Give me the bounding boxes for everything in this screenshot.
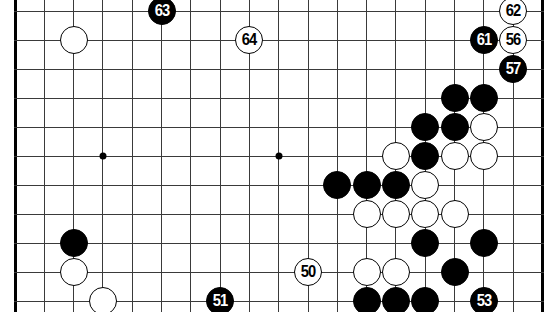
white-stone-move-62: 62 [499, 0, 527, 25]
black-stone [441, 258, 469, 286]
white-stone [441, 200, 469, 228]
black-stone [60, 229, 88, 257]
stone-move-number: 51 [213, 293, 228, 309]
white-stone [382, 258, 410, 286]
white-stone-move-56: 56 [499, 26, 527, 54]
white-stone [353, 258, 381, 286]
black-stone [411, 287, 439, 312]
stone-move-number: 63 [154, 3, 169, 19]
white-stone [441, 142, 469, 170]
black-stone [411, 113, 439, 141]
board-grid-line-horizontal [14, 40, 544, 41]
black-stone [441, 84, 469, 112]
stone-move-number: 53 [477, 293, 492, 309]
stone-move-number: 62 [506, 3, 521, 19]
star-point [99, 153, 106, 160]
black-stone-move-61: 61 [470, 26, 498, 54]
black-stone [353, 287, 381, 312]
white-stone-move-64: 64 [235, 26, 263, 54]
black-stone [323, 171, 351, 199]
white-stone-move-50: 50 [294, 258, 322, 286]
white-stone [353, 200, 381, 228]
stone-move-number: 56 [506, 32, 521, 48]
white-stone [411, 171, 439, 199]
white-stone [382, 200, 410, 228]
black-stone-move-51: 51 [206, 287, 234, 312]
black-stone-move-63: 63 [148, 0, 176, 25]
black-stone [411, 142, 439, 170]
black-stone [441, 113, 469, 141]
board-grid-line-horizontal [14, 243, 544, 244]
black-stone [382, 287, 410, 312]
board-grid-line-horizontal [14, 11, 544, 12]
star-point [275, 153, 282, 160]
stone-move-number: 50 [301, 264, 316, 280]
black-stone-move-53: 53 [470, 287, 498, 312]
black-stone [411, 229, 439, 257]
black-stone [470, 229, 498, 257]
board-grid-line-horizontal [14, 185, 544, 186]
black-stone [353, 171, 381, 199]
black-stone-move-57: 57 [499, 55, 527, 83]
stone-move-number: 64 [242, 32, 257, 48]
white-stone [411, 200, 439, 228]
white-stone [382, 142, 410, 170]
black-stone [382, 171, 410, 199]
black-stone [470, 84, 498, 112]
go-board-diagram: 636264615657505153 [0, 0, 556, 312]
white-stone [60, 258, 88, 286]
board-grid-line-horizontal [14, 69, 544, 70]
stone-move-number: 57 [506, 61, 521, 77]
white-stone [470, 113, 498, 141]
white-stone [60, 26, 88, 54]
white-stone [89, 287, 117, 312]
white-stone [470, 142, 498, 170]
stone-move-number: 61 [477, 32, 492, 48]
